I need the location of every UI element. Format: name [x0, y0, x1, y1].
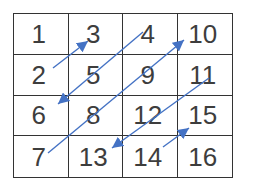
cell-r2c1: 2: [14, 55, 69, 96]
number-grid: 1 3 4 10 2 5 9 11 6 8 12 15 7 13 14 16: [13, 13, 233, 178]
cell-r1c3: 4: [123, 14, 178, 55]
cell-r4c4: 16: [178, 136, 233, 177]
cell-r2c3: 9: [123, 55, 178, 96]
cell-r4c1: 7: [14, 136, 69, 177]
cell-r3c4: 15: [178, 96, 233, 137]
cell-r1c2: 3: [69, 14, 124, 55]
cell-r2c4: 11: [178, 55, 233, 96]
cell-r4c2: 13: [69, 136, 124, 177]
cell-r2c2: 5: [69, 55, 124, 96]
cell-r4c3: 14: [123, 136, 178, 177]
cell-r1c1: 1: [14, 14, 69, 55]
cell-r3c2: 8: [69, 96, 124, 137]
cell-r3c1: 6: [14, 96, 69, 137]
cell-r3c3: 12: [123, 96, 178, 137]
cell-r1c4: 10: [178, 14, 233, 55]
